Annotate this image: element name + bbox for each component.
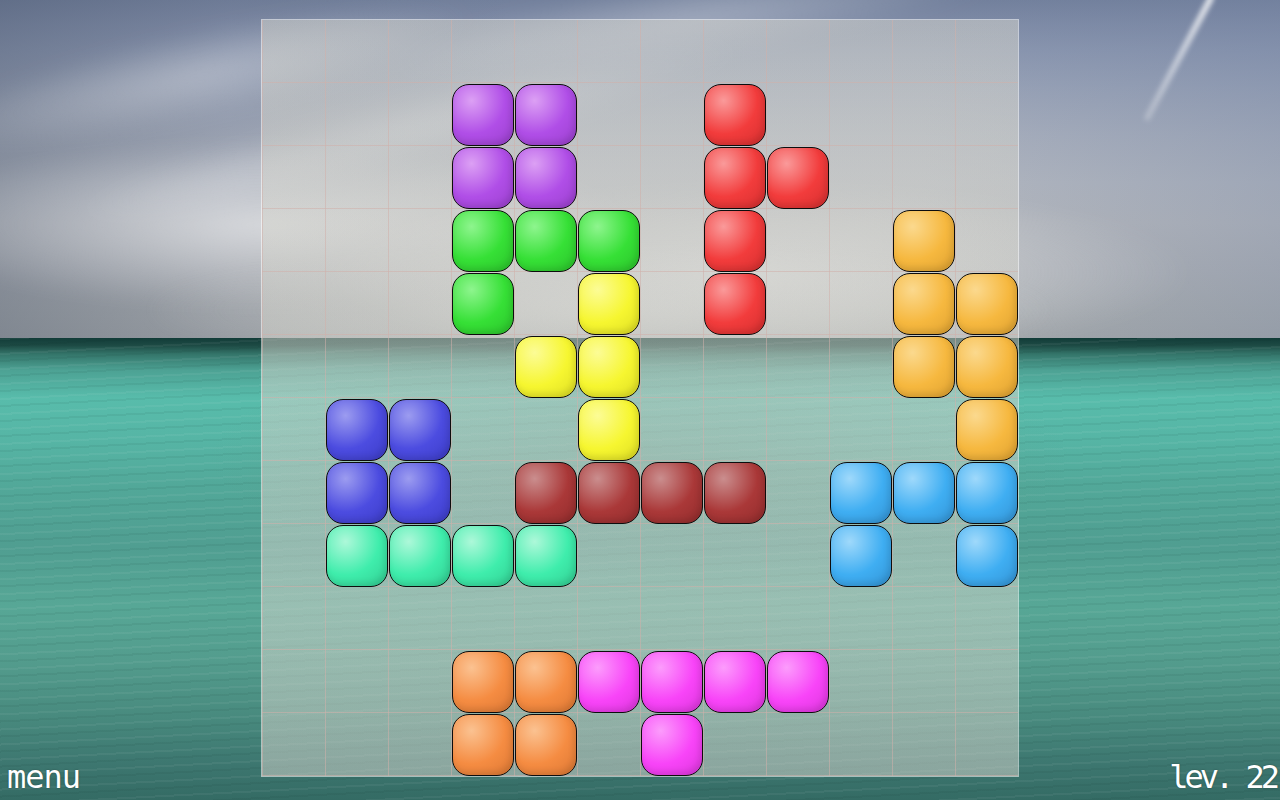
level-indicator: lev. 22 [1169, 758, 1276, 796]
block-turquoise[interactable] [326, 525, 388, 587]
block-skyblue[interactable] [956, 462, 1018, 524]
block-turquoise[interactable] [389, 525, 451, 587]
block-blue[interactable] [326, 462, 388, 524]
block-red[interactable] [704, 84, 766, 146]
block-purple[interactable] [452, 147, 514, 209]
block-darkred[interactable] [515, 462, 577, 524]
block-magenta[interactable] [578, 651, 640, 713]
block-yellow[interactable] [578, 336, 640, 398]
contrail-cloud [1143, 0, 1214, 121]
block-magenta[interactable] [767, 651, 829, 713]
block-magenta[interactable] [704, 651, 766, 713]
block-turquoise[interactable] [452, 525, 514, 587]
block-blue[interactable] [326, 399, 388, 461]
block-red[interactable] [704, 147, 766, 209]
block-magenta[interactable] [641, 651, 703, 713]
block-purple[interactable] [452, 84, 514, 146]
block-red[interactable] [704, 210, 766, 272]
block-amber[interactable] [893, 210, 955, 272]
block-orange[interactable] [452, 651, 514, 713]
block-skyblue[interactable] [830, 525, 892, 587]
block-amber[interactable] [893, 273, 955, 335]
block-blue[interactable] [389, 462, 451, 524]
block-orange[interactable] [515, 714, 577, 776]
block-yellow[interactable] [515, 336, 577, 398]
block-amber[interactable] [893, 336, 955, 398]
block-purple[interactable] [515, 147, 577, 209]
block-darkred[interactable] [704, 462, 766, 524]
block-green[interactable] [452, 210, 514, 272]
block-amber[interactable] [956, 399, 1018, 461]
block-orange[interactable] [515, 651, 577, 713]
menu-button[interactable]: menu [7, 758, 80, 796]
block-blue[interactable] [389, 399, 451, 461]
block-skyblue[interactable] [830, 462, 892, 524]
block-yellow[interactable] [578, 399, 640, 461]
game-board[interactable] [262, 20, 1018, 776]
block-purple[interactable] [515, 84, 577, 146]
block-green[interactable] [515, 210, 577, 272]
block-green[interactable] [578, 210, 640, 272]
block-turquoise[interactable] [515, 525, 577, 587]
block-orange[interactable] [452, 714, 514, 776]
block-darkred[interactable] [641, 462, 703, 524]
block-red[interactable] [704, 273, 766, 335]
block-skyblue[interactable] [956, 525, 1018, 587]
block-amber[interactable] [956, 336, 1018, 398]
block-red[interactable] [767, 147, 829, 209]
block-darkred[interactable] [578, 462, 640, 524]
block-magenta[interactable] [641, 714, 703, 776]
game-screen: menu lev. 22 [0, 0, 1280, 800]
block-green[interactable] [452, 273, 514, 335]
block-skyblue[interactable] [893, 462, 955, 524]
block-yellow[interactable] [578, 273, 640, 335]
block-amber[interactable] [956, 273, 1018, 335]
